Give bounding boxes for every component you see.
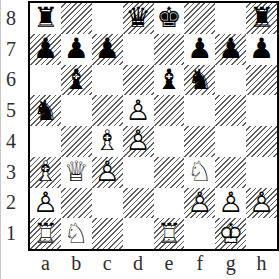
piece-fill-underlay: ♜ (154, 218, 185, 249)
piece-white-rook: ♖ (30, 218, 61, 249)
file-label-f: f (184, 250, 215, 277)
file-label-d: d (123, 250, 154, 277)
square-a5[interactable]: ♞ (30, 95, 61, 126)
piece-fill-underlay: ♞ (184, 157, 215, 188)
piece-white-pawn: ♙ (215, 188, 246, 219)
square-g8[interactable] (215, 3, 246, 34)
piece-fill-underlay: ♜ (30, 218, 61, 249)
square-f6[interactable]: ♞ (184, 65, 215, 96)
square-h3[interactable] (246, 157, 277, 188)
square-b3[interactable]: ♛♕ (61, 157, 92, 188)
piece-black-pawn: ♟ (92, 34, 123, 65)
square-b5[interactable] (61, 95, 92, 126)
piece-white-knight: ♘ (184, 157, 215, 188)
piece-fill-underlay: ♟ (184, 188, 215, 219)
square-d4[interactable]: ♟♙ (123, 126, 154, 157)
piece-fill-underlay: ♟ (246, 188, 277, 219)
piece-black-rook: ♜ (246, 3, 277, 34)
square-e7[interactable] (154, 34, 185, 65)
piece-fill-underlay: ♝ (30, 157, 61, 188)
piece-white-pawn: ♙ (123, 95, 154, 126)
square-h1[interactable] (246, 218, 277, 249)
piece-fill-underlay: ♟ (123, 95, 154, 126)
chess-diagram: 8 7 6 5 4 3 2 1 ♜♛♚♜♟♟♟♟♟♟♝♝♞♞♟♙♝♗♟♙♝♗♛♕… (0, 0, 279, 279)
piece-white-knight: ♘ (61, 218, 92, 249)
square-e1[interactable]: ♜♖ (154, 218, 185, 249)
piece-fill-underlay: ♟ (92, 157, 123, 188)
piece-white-bishop: ♗ (30, 157, 61, 188)
square-h8[interactable]: ♜ (246, 3, 277, 34)
square-g6[interactable] (215, 65, 246, 96)
square-e6[interactable]: ♝ (154, 65, 185, 96)
piece-white-pawn: ♙ (123, 126, 154, 157)
square-e3[interactable] (154, 157, 185, 188)
square-g1[interactable]: ♚♔ (215, 218, 246, 249)
file-label-b: b (61, 250, 92, 277)
piece-black-rook: ♜ (30, 3, 61, 34)
piece-fill-underlay: ♞ (61, 218, 92, 249)
file-label-e: e (154, 250, 185, 277)
file-label-h: h (246, 250, 277, 277)
square-g5[interactable] (215, 95, 246, 126)
square-b6[interactable]: ♝ (61, 65, 92, 96)
square-e8[interactable]: ♚ (154, 3, 185, 34)
square-b1[interactable]: ♞♘ (61, 218, 92, 249)
square-h4[interactable] (246, 126, 277, 157)
square-f4[interactable] (184, 126, 215, 157)
square-a6[interactable] (30, 65, 61, 96)
board: ♜♛♚♜♟♟♟♟♟♟♝♝♞♞♟♙♝♗♟♙♝♗♛♕♟♙♞♘♟♙♟♙♟♙♟♙♜♖♞♘… (28, 1, 279, 251)
square-d8[interactable]: ♛ (123, 3, 154, 34)
square-h7[interactable]: ♟ (246, 34, 277, 65)
square-d6[interactable] (123, 65, 154, 96)
piece-black-pawn: ♟ (215, 34, 246, 65)
piece-black-knight: ♞ (30, 95, 61, 126)
square-a8[interactable]: ♜ (30, 3, 61, 34)
rank-label-7: 7 (0, 34, 22, 65)
square-a7[interactable]: ♟ (30, 34, 61, 65)
square-g7[interactable]: ♟ (215, 34, 246, 65)
square-c7[interactable]: ♟ (92, 34, 123, 65)
piece-white-king: ♔ (215, 218, 246, 249)
square-b2[interactable] (61, 188, 92, 219)
piece-white-pawn: ♙ (30, 188, 61, 219)
piece-black-pawn: ♟ (246, 34, 277, 65)
square-a1[interactable]: ♜♖ (30, 218, 61, 249)
rank-label-1: 1 (0, 218, 22, 249)
rank-label-6: 6 (0, 65, 22, 96)
square-d7[interactable] (123, 34, 154, 65)
square-f1[interactable] (184, 218, 215, 249)
file-labels: a b c d e f g h (30, 250, 277, 277)
square-b7[interactable]: ♟ (61, 34, 92, 65)
square-g3[interactable] (215, 157, 246, 188)
piece-fill-underlay: ♚ (215, 218, 246, 249)
piece-white-pawn: ♙ (92, 157, 123, 188)
square-g2[interactable]: ♟♙ (215, 188, 246, 219)
piece-white-bishop: ♗ (92, 126, 123, 157)
rank-label-4: 4 (0, 126, 22, 157)
square-b4[interactable] (61, 126, 92, 157)
piece-black-king: ♚ (154, 3, 185, 34)
square-f2[interactable]: ♟♙ (184, 188, 215, 219)
rank-label-5: 5 (0, 95, 22, 126)
rank-label-8: 8 (0, 3, 22, 34)
square-a3[interactable]: ♝♗ (30, 157, 61, 188)
square-c5[interactable] (92, 95, 123, 126)
piece-fill-underlay: ♛ (61, 157, 92, 188)
piece-black-pawn: ♟ (184, 34, 215, 65)
square-e5[interactable] (154, 95, 185, 126)
square-c1[interactable] (92, 218, 123, 249)
piece-white-rook: ♖ (154, 218, 185, 249)
square-c3[interactable]: ♟♙ (92, 157, 123, 188)
file-label-a: a (30, 250, 61, 277)
square-h2[interactable]: ♟♙ (246, 188, 277, 219)
piece-fill-underlay: ♟ (215, 188, 246, 219)
rank-label-2: 2 (0, 188, 22, 219)
square-c4[interactable]: ♝♗ (92, 126, 123, 157)
square-d5[interactable]: ♟♙ (123, 95, 154, 126)
piece-fill-underlay: ♟ (123, 126, 154, 157)
square-f8[interactable] (184, 3, 215, 34)
square-b8[interactable] (61, 3, 92, 34)
square-f5[interactable] (184, 95, 215, 126)
square-c8[interactable] (92, 3, 123, 34)
square-e4[interactable] (154, 126, 185, 157)
square-f3[interactable]: ♞♘ (184, 157, 215, 188)
piece-black-pawn: ♟ (61, 34, 92, 65)
piece-black-bishop: ♝ (61, 65, 92, 96)
square-a2[interactable]: ♟♙ (30, 188, 61, 219)
rank-labels: 8 7 6 5 4 3 2 1 (0, 3, 22, 249)
file-label-g: g (215, 250, 246, 277)
piece-fill-underlay: ♟ (30, 188, 61, 219)
piece-white-pawn: ♙ (184, 188, 215, 219)
piece-white-queen: ♕ (61, 157, 92, 188)
piece-black-bishop: ♝ (154, 65, 185, 96)
square-d1[interactable] (123, 218, 154, 249)
square-g4[interactable] (215, 126, 246, 157)
piece-black-knight: ♞ (184, 65, 215, 96)
square-c6[interactable] (92, 65, 123, 96)
piece-white-pawn: ♙ (246, 188, 277, 219)
piece-black-pawn: ♟ (30, 34, 61, 65)
rank-label-3: 3 (0, 157, 22, 188)
piece-fill-underlay: ♝ (92, 126, 123, 157)
piece-black-queen: ♛ (123, 3, 154, 34)
square-f7[interactable]: ♟ (184, 34, 215, 65)
square-a4[interactable] (30, 126, 61, 157)
square-c2[interactable] (92, 188, 123, 219)
square-e2[interactable] (154, 188, 185, 219)
file-label-c: c (92, 250, 123, 277)
square-d2[interactable] (123, 188, 154, 219)
square-h6[interactable] (246, 65, 277, 96)
square-d3[interactable] (123, 157, 154, 188)
square-h5[interactable] (246, 95, 277, 126)
